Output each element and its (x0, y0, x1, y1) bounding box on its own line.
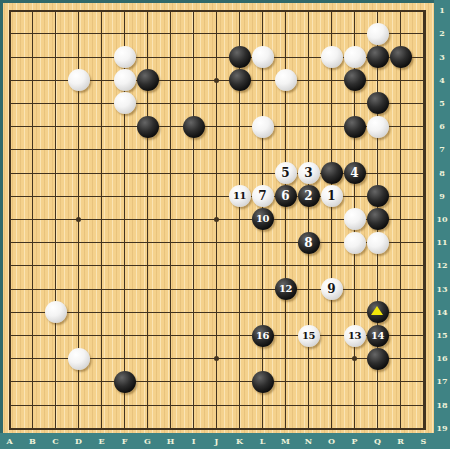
intersection-C9[interactable] (44, 185, 67, 208)
intersection-R13[interactable] (389, 278, 412, 301)
intersection-E2[interactable] (90, 22, 113, 45)
intersection-F9[interactable] (113, 185, 136, 208)
intersection-B16[interactable] (21, 347, 44, 370)
intersection-D6[interactable] (67, 115, 90, 138)
intersection-J3[interactable] (205, 45, 228, 68)
intersection-Q10[interactable] (366, 208, 389, 231)
intersection-J18[interactable] (205, 394, 228, 417)
intersection-F15[interactable] (113, 324, 136, 347)
intersection-O7[interactable] (320, 138, 343, 161)
intersection-B18[interactable] (21, 394, 44, 417)
intersection-S3[interactable] (412, 45, 435, 68)
intersection-E16[interactable] (90, 347, 113, 370)
intersection-F11[interactable] (113, 231, 136, 254)
intersection-J6[interactable] (205, 115, 228, 138)
intersection-M5[interactable] (274, 92, 297, 115)
intersection-S12[interactable] (412, 254, 435, 277)
intersection-A4[interactable] (0, 69, 21, 92)
intersection-K15[interactable] (228, 324, 251, 347)
intersection-B8[interactable] (21, 161, 44, 184)
intersection-D10[interactable] (67, 208, 90, 231)
intersection-J7[interactable] (205, 138, 228, 161)
intersection-R16[interactable] (389, 347, 412, 370)
intersection-G16[interactable] (136, 347, 159, 370)
intersection-J15[interactable] (205, 324, 228, 347)
intersection-I14[interactable] (182, 301, 205, 324)
intersection-I7[interactable] (182, 138, 205, 161)
intersection-Q8[interactable] (366, 161, 389, 184)
intersection-I13[interactable] (182, 278, 205, 301)
intersection-L5[interactable] (251, 92, 274, 115)
intersection-C13[interactable] (44, 278, 67, 301)
intersection-N11[interactable]: 8 (297, 231, 320, 254)
intersection-H4[interactable] (159, 69, 182, 92)
intersection-P8[interactable]: 4 (343, 161, 366, 184)
intersection-J8[interactable] (205, 161, 228, 184)
intersection-F3[interactable] (113, 45, 136, 68)
intersection-K6[interactable] (228, 115, 251, 138)
intersection-Q9[interactable] (366, 185, 389, 208)
intersection-F17[interactable] (113, 370, 136, 393)
intersection-I18[interactable] (182, 394, 205, 417)
intersection-F5[interactable] (113, 92, 136, 115)
intersection-P5[interactable] (343, 92, 366, 115)
intersection-S1[interactable] (412, 0, 435, 22)
intersection-D16[interactable] (67, 347, 90, 370)
intersection-F7[interactable] (113, 138, 136, 161)
intersection-L9[interactable]: 7 (251, 185, 274, 208)
intersection-O13[interactable]: 9 (320, 278, 343, 301)
intersection-G8[interactable] (136, 161, 159, 184)
intersection-G4[interactable] (136, 69, 159, 92)
intersection-R15[interactable] (389, 324, 412, 347)
intersection-H3[interactable] (159, 45, 182, 68)
intersection-L11[interactable] (251, 231, 274, 254)
intersection-H8[interactable] (159, 161, 182, 184)
intersection-E15[interactable] (90, 324, 113, 347)
intersection-K10[interactable] (228, 208, 251, 231)
intersection-M2[interactable] (274, 22, 297, 45)
intersection-S8[interactable] (412, 161, 435, 184)
intersection-B1[interactable] (21, 0, 44, 22)
intersection-E14[interactable] (90, 301, 113, 324)
intersection-G14[interactable] (136, 301, 159, 324)
intersection-C8[interactable] (44, 161, 67, 184)
intersection-N6[interactable] (297, 115, 320, 138)
intersection-S7[interactable] (412, 138, 435, 161)
intersection-M18[interactable] (274, 394, 297, 417)
intersection-I17[interactable] (182, 370, 205, 393)
intersection-R17[interactable] (389, 370, 412, 393)
intersection-F10[interactable] (113, 208, 136, 231)
intersection-L14[interactable] (251, 301, 274, 324)
intersection-A7[interactable] (0, 138, 21, 161)
intersection-E1[interactable] (90, 0, 113, 22)
intersection-D18[interactable] (67, 394, 90, 417)
intersection-B3[interactable] (21, 45, 44, 68)
intersection-A15[interactable] (0, 324, 21, 347)
intersection-K16[interactable] (228, 347, 251, 370)
intersection-L15[interactable]: 16 (251, 324, 274, 347)
intersection-R1[interactable] (389, 0, 412, 22)
intersection-O8[interactable] (320, 161, 343, 184)
intersection-C16[interactable] (44, 347, 67, 370)
intersection-Q11[interactable] (366, 231, 389, 254)
intersection-G9[interactable] (136, 185, 159, 208)
intersection-B12[interactable] (21, 254, 44, 277)
intersection-R10[interactable] (389, 208, 412, 231)
intersection-H16[interactable] (159, 347, 182, 370)
intersection-R12[interactable] (389, 254, 412, 277)
intersection-J16[interactable] (205, 347, 228, 370)
intersection-C18[interactable] (44, 394, 67, 417)
intersection-O2[interactable] (320, 22, 343, 45)
intersection-H2[interactable] (159, 22, 182, 45)
intersection-K2[interactable] (228, 22, 251, 45)
intersection-K5[interactable] (228, 92, 251, 115)
intersection-Q16[interactable] (366, 347, 389, 370)
intersection-L16[interactable] (251, 347, 274, 370)
intersection-N5[interactable] (297, 92, 320, 115)
intersection-P12[interactable] (343, 254, 366, 277)
intersection-P15[interactable]: 13 (343, 324, 366, 347)
intersection-N16[interactable] (297, 347, 320, 370)
intersection-A9[interactable] (0, 185, 21, 208)
intersection-Q1[interactable] (366, 0, 389, 22)
intersection-E6[interactable] (90, 115, 113, 138)
intersection-A14[interactable] (0, 301, 21, 324)
intersection-S4[interactable] (412, 69, 435, 92)
intersection-N7[interactable] (297, 138, 320, 161)
intersection-N2[interactable] (297, 22, 320, 45)
intersection-L10[interactable]: 10 (251, 208, 274, 231)
intersection-S18[interactable] (412, 394, 435, 417)
intersection-H18[interactable] (159, 394, 182, 417)
intersection-C4[interactable] (44, 69, 67, 92)
intersection-P13[interactable] (343, 278, 366, 301)
intersection-R7[interactable] (389, 138, 412, 161)
intersection-F1[interactable] (113, 0, 136, 22)
intersection-Q15[interactable]: 14 (366, 324, 389, 347)
intersection-B11[interactable] (21, 231, 44, 254)
intersection-H15[interactable] (159, 324, 182, 347)
intersection-R2[interactable] (389, 22, 412, 45)
intersection-C12[interactable] (44, 254, 67, 277)
intersection-J5[interactable] (205, 92, 228, 115)
intersection-N14[interactable] (297, 301, 320, 324)
intersection-Q3[interactable] (366, 45, 389, 68)
intersection-F12[interactable] (113, 254, 136, 277)
intersection-G15[interactable] (136, 324, 159, 347)
intersection-O12[interactable] (320, 254, 343, 277)
intersection-Q17[interactable] (366, 370, 389, 393)
intersection-O14[interactable] (320, 301, 343, 324)
intersection-S13[interactable] (412, 278, 435, 301)
intersection-F18[interactable] (113, 394, 136, 417)
intersection-G6[interactable] (136, 115, 159, 138)
intersection-F4[interactable] (113, 69, 136, 92)
intersection-B9[interactable] (21, 185, 44, 208)
intersection-G2[interactable] (136, 22, 159, 45)
intersection-R4[interactable] (389, 69, 412, 92)
intersection-I15[interactable] (182, 324, 205, 347)
intersection-N13[interactable] (297, 278, 320, 301)
intersection-J9[interactable] (205, 185, 228, 208)
intersection-G3[interactable] (136, 45, 159, 68)
intersection-D3[interactable] (67, 45, 90, 68)
intersection-G18[interactable] (136, 394, 159, 417)
intersection-C3[interactable] (44, 45, 67, 68)
intersection-H13[interactable] (159, 278, 182, 301)
intersection-I1[interactable] (182, 0, 205, 22)
intersection-J12[interactable] (205, 254, 228, 277)
intersection-L17[interactable] (251, 370, 274, 393)
intersection-E10[interactable] (90, 208, 113, 231)
intersection-E3[interactable] (90, 45, 113, 68)
intersection-C11[interactable] (44, 231, 67, 254)
intersection-D13[interactable] (67, 278, 90, 301)
intersection-R11[interactable] (389, 231, 412, 254)
intersection-H9[interactable] (159, 185, 182, 208)
intersection-R8[interactable] (389, 161, 412, 184)
intersection-A11[interactable] (0, 231, 21, 254)
intersection-D1[interactable] (67, 0, 90, 22)
intersection-D15[interactable] (67, 324, 90, 347)
intersection-Q6[interactable] (366, 115, 389, 138)
intersection-M14[interactable] (274, 301, 297, 324)
intersection-H14[interactable] (159, 301, 182, 324)
intersection-Q5[interactable] (366, 92, 389, 115)
intersection-R14[interactable] (389, 301, 412, 324)
intersection-R3[interactable] (389, 45, 412, 68)
intersection-M17[interactable] (274, 370, 297, 393)
intersection-I8[interactable] (182, 161, 205, 184)
intersection-J1[interactable] (205, 0, 228, 22)
intersection-O6[interactable] (320, 115, 343, 138)
intersection-F16[interactable] (113, 347, 136, 370)
intersection-J4[interactable] (205, 69, 228, 92)
intersection-H5[interactable] (159, 92, 182, 115)
intersection-C6[interactable] (44, 115, 67, 138)
intersection-O11[interactable] (320, 231, 343, 254)
intersection-O1[interactable] (320, 0, 343, 22)
intersection-L8[interactable] (251, 161, 274, 184)
intersection-I16[interactable] (182, 347, 205, 370)
intersection-O5[interactable] (320, 92, 343, 115)
intersection-M11[interactable] (274, 231, 297, 254)
intersection-N3[interactable] (297, 45, 320, 68)
intersection-M13[interactable]: 12 (274, 278, 297, 301)
intersection-S16[interactable] (412, 347, 435, 370)
intersection-A5[interactable] (0, 92, 21, 115)
intersection-P6[interactable] (343, 115, 366, 138)
intersection-I2[interactable] (182, 22, 205, 45)
intersection-A8[interactable] (0, 161, 21, 184)
intersection-P3[interactable] (343, 45, 366, 68)
intersection-M7[interactable] (274, 138, 297, 161)
intersection-Q13[interactable] (366, 278, 389, 301)
intersection-D8[interactable] (67, 161, 90, 184)
intersection-K14[interactable] (228, 301, 251, 324)
intersection-P17[interactable] (343, 370, 366, 393)
intersection-M6[interactable] (274, 115, 297, 138)
intersection-H1[interactable] (159, 0, 182, 22)
intersection-E7[interactable] (90, 138, 113, 161)
intersection-S17[interactable] (412, 370, 435, 393)
intersection-I12[interactable] (182, 254, 205, 277)
intersection-K18[interactable] (228, 394, 251, 417)
intersection-B7[interactable] (21, 138, 44, 161)
intersection-G13[interactable] (136, 278, 159, 301)
intersection-B4[interactable] (21, 69, 44, 92)
intersection-G7[interactable] (136, 138, 159, 161)
intersection-A6[interactable] (0, 115, 21, 138)
intersection-K17[interactable] (228, 370, 251, 393)
intersection-P11[interactable] (343, 231, 366, 254)
intersection-A2[interactable] (0, 22, 21, 45)
intersection-O3[interactable] (320, 45, 343, 68)
intersection-P1[interactable] (343, 0, 366, 22)
intersection-D9[interactable] (67, 185, 90, 208)
intersection-L4[interactable] (251, 69, 274, 92)
intersection-P2[interactable] (343, 22, 366, 45)
intersection-O17[interactable] (320, 370, 343, 393)
intersection-K11[interactable] (228, 231, 251, 254)
intersection-F2[interactable] (113, 22, 136, 45)
intersection-S15[interactable] (412, 324, 435, 347)
intersection-P14[interactable] (343, 301, 366, 324)
intersection-Q2[interactable] (366, 22, 389, 45)
intersection-H12[interactable] (159, 254, 182, 277)
intersection-E8[interactable] (90, 161, 113, 184)
intersection-A3[interactable] (0, 45, 21, 68)
intersection-K9[interactable]: 11 (228, 185, 251, 208)
intersection-H7[interactable] (159, 138, 182, 161)
intersection-K13[interactable] (228, 278, 251, 301)
intersection-J2[interactable] (205, 22, 228, 45)
intersection-Q14[interactable] (366, 301, 389, 324)
intersection-E18[interactable] (90, 394, 113, 417)
intersection-A16[interactable] (0, 347, 21, 370)
intersection-H6[interactable] (159, 115, 182, 138)
intersection-O18[interactable] (320, 394, 343, 417)
intersection-N4[interactable] (297, 69, 320, 92)
intersection-P16[interactable] (343, 347, 366, 370)
intersection-I3[interactable] (182, 45, 205, 68)
intersection-B2[interactable] (21, 22, 44, 45)
intersection-O15[interactable] (320, 324, 343, 347)
intersection-H11[interactable] (159, 231, 182, 254)
intersection-M3[interactable] (274, 45, 297, 68)
intersection-M15[interactable] (274, 324, 297, 347)
intersection-H10[interactable] (159, 208, 182, 231)
intersection-I9[interactable] (182, 185, 205, 208)
intersection-S14[interactable] (412, 301, 435, 324)
intersection-G10[interactable] (136, 208, 159, 231)
intersection-D5[interactable] (67, 92, 90, 115)
intersection-L18[interactable] (251, 394, 274, 417)
intersection-L2[interactable] (251, 22, 274, 45)
intersection-P4[interactable] (343, 69, 366, 92)
intersection-C7[interactable] (44, 138, 67, 161)
intersection-E9[interactable] (90, 185, 113, 208)
intersection-J17[interactable] (205, 370, 228, 393)
intersection-B13[interactable] (21, 278, 44, 301)
intersection-G12[interactable] (136, 254, 159, 277)
intersection-E4[interactable] (90, 69, 113, 92)
intersection-S10[interactable] (412, 208, 435, 231)
intersection-D7[interactable] (67, 138, 90, 161)
intersection-R18[interactable] (389, 394, 412, 417)
intersection-B10[interactable] (21, 208, 44, 231)
intersection-I5[interactable] (182, 92, 205, 115)
intersection-N8[interactable]: 3 (297, 161, 320, 184)
intersection-E12[interactable] (90, 254, 113, 277)
intersection-E11[interactable] (90, 231, 113, 254)
intersection-K12[interactable] (228, 254, 251, 277)
intersection-P18[interactable] (343, 394, 366, 417)
intersection-C2[interactable] (44, 22, 67, 45)
intersection-K4[interactable] (228, 69, 251, 92)
intersection-B15[interactable] (21, 324, 44, 347)
intersection-D11[interactable] (67, 231, 90, 254)
intersection-S6[interactable] (412, 115, 435, 138)
intersection-R5[interactable] (389, 92, 412, 115)
intersection-O4[interactable] (320, 69, 343, 92)
intersection-E17[interactable] (90, 370, 113, 393)
intersection-J13[interactable] (205, 278, 228, 301)
intersection-A18[interactable] (0, 394, 21, 417)
intersection-F13[interactable] (113, 278, 136, 301)
intersection-E5[interactable] (90, 92, 113, 115)
intersection-B5[interactable] (21, 92, 44, 115)
intersection-E13[interactable] (90, 278, 113, 301)
intersection-F14[interactable] (113, 301, 136, 324)
intersection-M10[interactable] (274, 208, 297, 231)
intersection-A17[interactable] (0, 370, 21, 393)
intersection-K3[interactable] (228, 45, 251, 68)
intersection-R6[interactable] (389, 115, 412, 138)
intersection-A12[interactable] (0, 254, 21, 277)
intersection-L3[interactable] (251, 45, 274, 68)
intersection-A1[interactable] (0, 0, 21, 22)
intersection-D12[interactable] (67, 254, 90, 277)
intersection-G5[interactable] (136, 92, 159, 115)
intersection-A13[interactable] (0, 278, 21, 301)
intersection-B6[interactable] (21, 115, 44, 138)
intersection-S11[interactable] (412, 231, 435, 254)
intersection-Q12[interactable] (366, 254, 389, 277)
intersection-O9[interactable]: 1 (320, 185, 343, 208)
intersection-P7[interactable] (343, 138, 366, 161)
intersection-G17[interactable] (136, 370, 159, 393)
intersection-D14[interactable] (67, 301, 90, 324)
intersection-I4[interactable] (182, 69, 205, 92)
intersection-L1[interactable] (251, 0, 274, 22)
intersection-C17[interactable] (44, 370, 67, 393)
intersection-N15[interactable]: 15 (297, 324, 320, 347)
intersection-P10[interactable] (343, 208, 366, 231)
intersection-C10[interactable] (44, 208, 67, 231)
intersection-K8[interactable] (228, 161, 251, 184)
intersection-C5[interactable] (44, 92, 67, 115)
intersection-S9[interactable] (412, 185, 435, 208)
intersection-M1[interactable] (274, 0, 297, 22)
intersection-O16[interactable] (320, 347, 343, 370)
intersection-J10[interactable] (205, 208, 228, 231)
intersection-Q4[interactable] (366, 69, 389, 92)
intersection-F6[interactable] (113, 115, 136, 138)
